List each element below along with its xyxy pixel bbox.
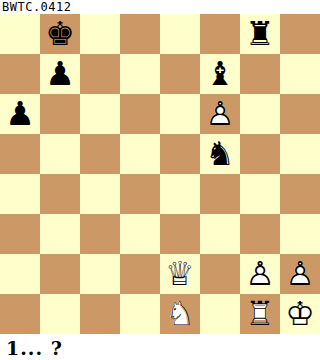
square-a2[interactable] <box>0 254 40 294</box>
square-a5[interactable] <box>0 134 40 174</box>
black-pawn-icon: ♟ <box>40 54 80 94</box>
white-king-icon: ♚♔ <box>280 294 320 334</box>
square-g4[interactable] <box>240 174 280 214</box>
white-queen-icon: ♛♕ <box>160 254 200 294</box>
square-b8[interactable]: ♚ <box>40 14 80 54</box>
square-g1[interactable]: ♜♖ <box>240 294 280 334</box>
square-h2[interactable]: ♟♙ <box>280 254 320 294</box>
square-g8[interactable]: ♜ <box>240 14 280 54</box>
piece-outline-layer: ♔ <box>280 294 320 334</box>
piece-glyph-layer: ♚ <box>40 14 80 54</box>
square-g7[interactable] <box>240 54 280 94</box>
square-h5[interactable] <box>280 134 320 174</box>
square-f7[interactable]: ♝ <box>200 54 240 94</box>
square-c6[interactable] <box>80 94 120 134</box>
white-pawn-icon: ♟♙ <box>200 94 240 134</box>
square-d7[interactable] <box>120 54 160 94</box>
piece-outline-layer: ♖ <box>240 294 280 334</box>
square-g5[interactable] <box>240 134 280 174</box>
square-c4[interactable] <box>80 174 120 214</box>
square-e3[interactable] <box>160 214 200 254</box>
square-c5[interactable] <box>80 134 120 174</box>
square-c7[interactable] <box>80 54 120 94</box>
piece-glyph-layer: ♜ <box>240 14 280 54</box>
chess-board: ♚♜♟♝♟♟♙♞♛♕♟♙♟♙♞♘♜♖♚♔ <box>0 14 320 334</box>
square-a3[interactable] <box>0 214 40 254</box>
square-b1[interactable] <box>40 294 80 334</box>
piece-outline-layer: ♙ <box>280 254 320 294</box>
square-f3[interactable] <box>200 214 240 254</box>
square-e6[interactable] <box>160 94 200 134</box>
white-pawn-icon: ♟♙ <box>240 254 280 294</box>
square-f8[interactable] <box>200 14 240 54</box>
diagram-title: BWTC.0412 <box>0 0 320 14</box>
square-a6[interactable]: ♟ <box>0 94 40 134</box>
square-a1[interactable] <box>0 294 40 334</box>
square-b5[interactable] <box>40 134 80 174</box>
square-h7[interactable] <box>280 54 320 94</box>
piece-glyph-layer: ♟ <box>40 54 80 94</box>
black-king-icon: ♚ <box>40 14 80 54</box>
square-e7[interactable] <box>160 54 200 94</box>
square-c8[interactable] <box>80 14 120 54</box>
square-d4[interactable] <box>120 174 160 214</box>
piece-outline-layer: ♘ <box>160 294 200 334</box>
square-e1[interactable]: ♞♘ <box>160 294 200 334</box>
square-h3[interactable] <box>280 214 320 254</box>
black-rook-icon: ♜ <box>240 14 280 54</box>
chess-diagram-page: BWTC.0412 ♚♜♟♝♟♟♙♞♛♕♟♙♟♙♞♘♜♖♚♔ 1... ? <box>0 0 320 360</box>
square-d3[interactable] <box>120 214 160 254</box>
piece-outline-layer: ♕ <box>160 254 200 294</box>
square-e8[interactable] <box>160 14 200 54</box>
piece-outline-layer: ♙ <box>240 254 280 294</box>
square-a8[interactable] <box>0 14 40 54</box>
square-d1[interactable] <box>120 294 160 334</box>
square-e2[interactable]: ♛♕ <box>160 254 200 294</box>
square-f1[interactable] <box>200 294 240 334</box>
white-pawn-icon: ♟♙ <box>280 254 320 294</box>
square-b2[interactable] <box>40 254 80 294</box>
square-e4[interactable] <box>160 174 200 214</box>
square-h6[interactable] <box>280 94 320 134</box>
square-d8[interactable] <box>120 14 160 54</box>
square-h8[interactable] <box>280 14 320 54</box>
square-f4[interactable] <box>200 174 240 214</box>
square-d2[interactable] <box>120 254 160 294</box>
white-knight-icon: ♞♘ <box>160 294 200 334</box>
square-h4[interactable] <box>280 174 320 214</box>
square-d6[interactable] <box>120 94 160 134</box>
square-c1[interactable] <box>80 294 120 334</box>
move-prompt: 1... ? <box>0 334 320 359</box>
black-knight-icon: ♞ <box>200 134 240 174</box>
square-a4[interactable] <box>0 174 40 214</box>
square-g3[interactable] <box>240 214 280 254</box>
square-b7[interactable]: ♟ <box>40 54 80 94</box>
white-rook-icon: ♜♖ <box>240 294 280 334</box>
piece-glyph-layer: ♝ <box>200 54 240 94</box>
square-d5[interactable] <box>120 134 160 174</box>
square-f5[interactable]: ♞ <box>200 134 240 174</box>
square-b3[interactable] <box>40 214 80 254</box>
black-bishop-icon: ♝ <box>200 54 240 94</box>
square-f6[interactable]: ♟♙ <box>200 94 240 134</box>
square-c3[interactable] <box>80 214 120 254</box>
piece-outline-layer: ♙ <box>200 94 240 134</box>
square-h1[interactable]: ♚♔ <box>280 294 320 334</box>
square-c2[interactable] <box>80 254 120 294</box>
square-b6[interactable] <box>40 94 80 134</box>
square-f2[interactable] <box>200 254 240 294</box>
piece-glyph-layer: ♟ <box>0 94 40 134</box>
piece-glyph-layer: ♞ <box>200 134 240 174</box>
square-b4[interactable] <box>40 174 80 214</box>
square-e5[interactable] <box>160 134 200 174</box>
square-g6[interactable] <box>240 94 280 134</box>
square-a7[interactable] <box>0 54 40 94</box>
square-g2[interactable]: ♟♙ <box>240 254 280 294</box>
black-pawn-icon: ♟ <box>0 94 40 134</box>
